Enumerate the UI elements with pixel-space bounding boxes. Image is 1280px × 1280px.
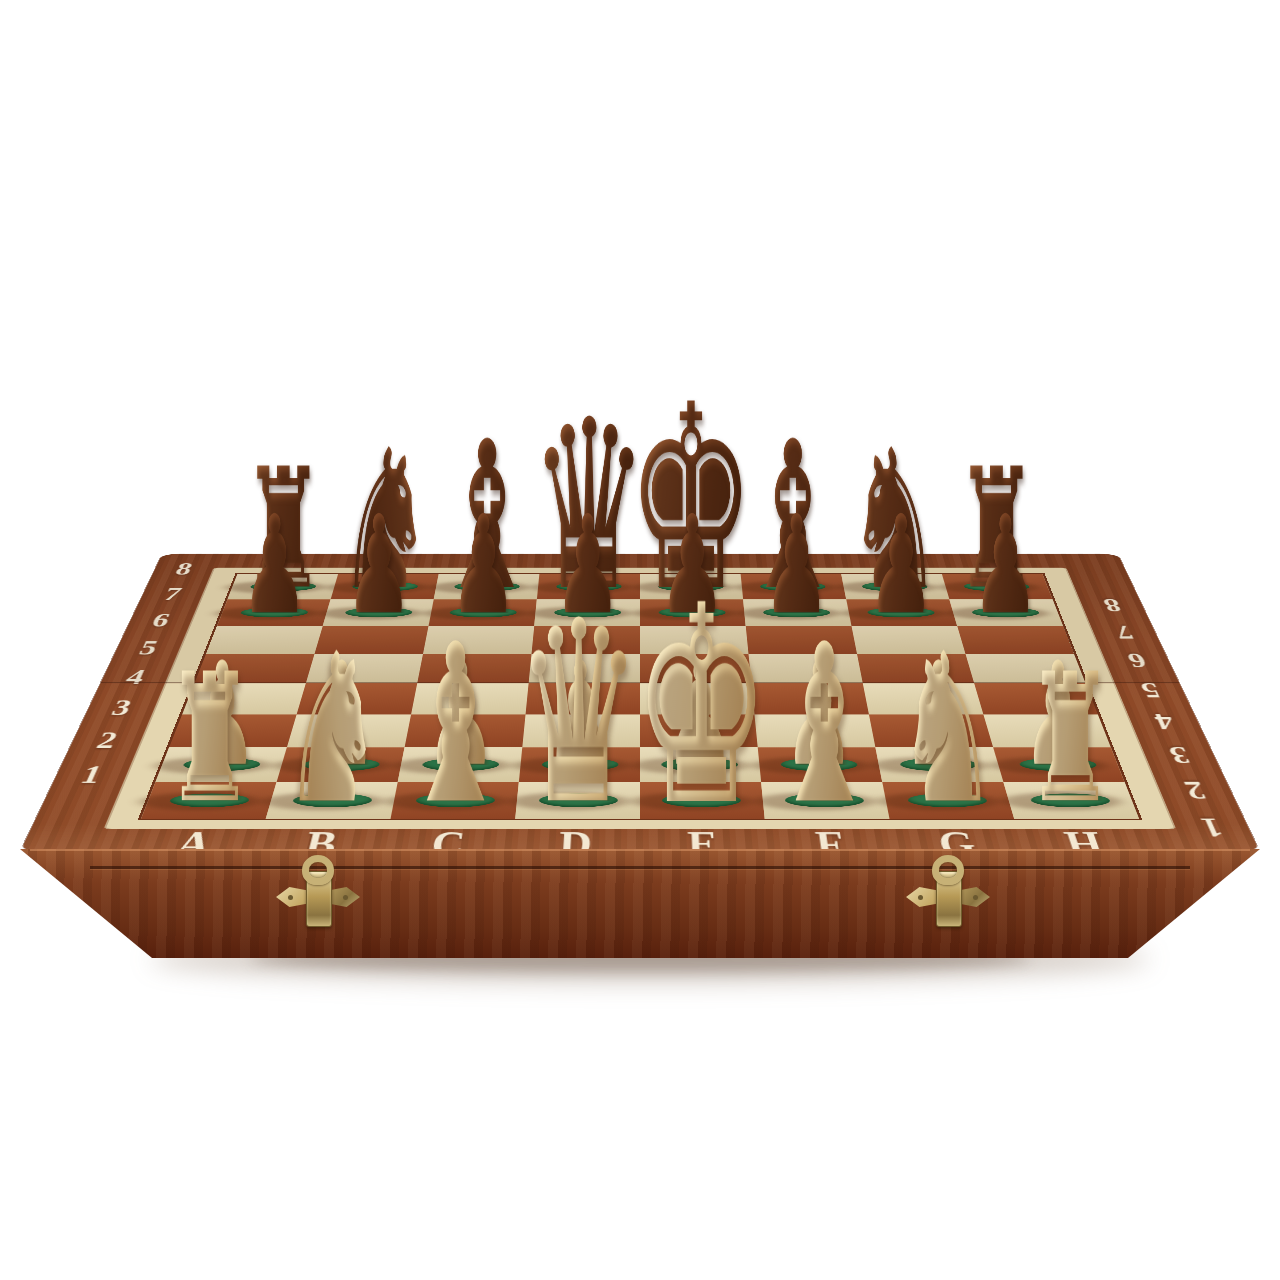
brass-latch-right	[906, 855, 990, 951]
white-bishop-c1: ♝	[401, 598, 511, 852]
white-bishop-f1: ♝	[769, 598, 879, 852]
white-rook-a1: ♜	[165, 636, 254, 842]
square-b1: ♞	[266, 782, 398, 819]
chessboard-scene: ♜♞♝♛♚♝♞♜♟♟♟♟♟♟♟♟♟♟♟♟♟♟♟♟♜♞♝♛♚♝♞♜ ABCDEFG…	[0, 0, 1280, 1280]
brass-latch-left	[276, 855, 360, 951]
latch-ring	[302, 855, 334, 885]
lid-seam	[90, 866, 1190, 869]
square-f1: ♝	[761, 782, 889, 819]
white-queen-d1: ♛	[515, 568, 641, 860]
product-photo-stage: ♜♞♝♛♚♝♞♜♟♟♟♟♟♟♟♟♟♟♟♟♟♟♟♟♜♞♝♛♚♝♞♜ ABCDEFG…	[0, 0, 1280, 1280]
case-front-face	[0, 849, 1280, 959]
white-rook-h1: ♜	[1026, 636, 1115, 842]
square-h1: ♜	[1003, 782, 1139, 819]
square-g1: ♞	[882, 782, 1014, 819]
square-e1: ♚	[640, 782, 765, 819]
square-d1: ♛	[515, 782, 640, 819]
latch-ring	[932, 855, 964, 885]
white-knight-b1: ♞	[281, 609, 385, 849]
board-top: ♜♞♝♛♚♝♞♜♟♟♟♟♟♟♟♟♟♟♟♟♟♟♟♟♜♞♝♛♚♝♞♜ ABCDEFG…	[20, 554, 1260, 852]
square-c1: ♝	[390, 782, 518, 819]
square-a1: ♜	[141, 782, 277, 819]
white-king-e1: ♚	[633, 548, 770, 865]
squares-grid: ♜♞♝♛♚♝♞♜♟♟♟♟♟♟♟♟♟♟♟♟♟♟♟♟♜♞♝♛♚♝♞♜	[138, 573, 1143, 819]
white-knight-g1: ♞	[895, 609, 999, 849]
